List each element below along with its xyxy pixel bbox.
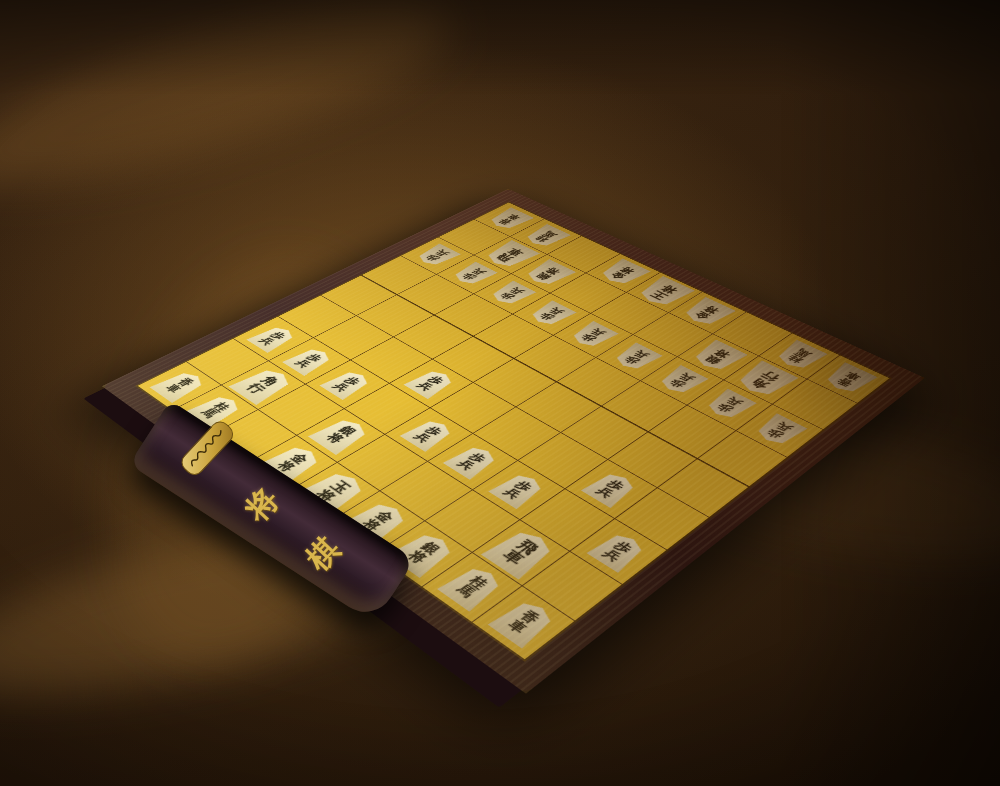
- maker-mark-cartouche: [177, 417, 237, 479]
- piece-kanji: 将: [323, 432, 345, 446]
- tray-kanji-gi: 棋: [301, 532, 345, 576]
- shogi-piece-sente-pawn: 歩兵: [586, 529, 650, 573]
- shogi-piece-gote-pawn: 歩兵: [486, 280, 537, 307]
- shogi-piece-sente-pawn: 歩兵: [488, 470, 549, 509]
- shogi-piece-gote-pawn: 歩兵: [566, 321, 619, 350]
- shogi-piece-sente-pawn: 歩兵: [403, 367, 459, 399]
- piece-kanji: 車: [164, 383, 184, 395]
- board-grid: 香車桂馬金将王将金将桂馬香車飛車銀将銀将角行歩兵歩兵歩兵歩兵歩兵歩兵歩兵歩兵歩兵…: [135, 201, 892, 661]
- shogi-piece-sente-pawn: 歩兵: [580, 469, 641, 508]
- shogi-piece-gote-pawn: 歩兵: [525, 300, 577, 328]
- piece-kanji: 馬: [199, 407, 219, 419]
- piece-kanji: 行: [244, 381, 268, 395]
- photo-scene: 香車桂馬金将王将金将桂馬香車飛車銀将銀将角行歩兵歩兵歩兵歩兵歩兵歩兵歩兵歩兵歩兵…: [0, 0, 1000, 786]
- shogi-piece-sente-lance: 香車: [487, 596, 561, 649]
- shogi-piece-sente-pawn: 歩兵: [442, 443, 502, 480]
- shogi-piece-gote-pawn: 歩兵: [449, 261, 499, 287]
- shogi-piece-sente-pawn: 歩兵: [399, 417, 458, 453]
- cursive-signature-icon: [184, 424, 230, 472]
- tray-kanji-shou: 将: [240, 483, 284, 527]
